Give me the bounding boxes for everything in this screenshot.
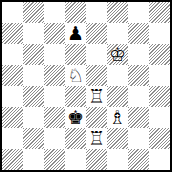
- square-a2[interactable]: [2, 128, 23, 149]
- square-d4[interactable]: [65, 86, 86, 107]
- square-b2[interactable]: [23, 128, 44, 149]
- square-d1[interactable]: [65, 149, 86, 170]
- square-b1[interactable]: [23, 149, 44, 170]
- square-f8[interactable]: [107, 2, 128, 23]
- square-d2[interactable]: [65, 128, 86, 149]
- square-c1[interactable]: [44, 149, 65, 170]
- square-e6[interactable]: [86, 44, 107, 65]
- square-a4[interactable]: [2, 86, 23, 107]
- square-e8[interactable]: [86, 2, 107, 23]
- square-h6[interactable]: [149, 44, 170, 65]
- square-d8[interactable]: [65, 2, 86, 23]
- square-f5[interactable]: [107, 65, 128, 86]
- square-a8[interactable]: [2, 2, 23, 23]
- square-e2[interactable]: ♖: [86, 128, 107, 149]
- square-a6[interactable]: [2, 44, 23, 65]
- chess-board: ♟♔♘♖♚♗♖: [2, 2, 170, 170]
- square-a7[interactable]: [2, 23, 23, 44]
- chess-diagram: ♟♔♘♖♚♗♖: [0, 0, 172, 172]
- square-d3[interactable]: ♚: [65, 107, 86, 128]
- square-g6[interactable]: [128, 44, 149, 65]
- square-b3[interactable]: [23, 107, 44, 128]
- square-b5[interactable]: [23, 65, 44, 86]
- square-b7[interactable]: [23, 23, 44, 44]
- square-f4[interactable]: [107, 86, 128, 107]
- square-e5[interactable]: [86, 65, 107, 86]
- white-bishop-f3[interactable]: ♗: [109, 107, 126, 128]
- square-g7[interactable]: [128, 23, 149, 44]
- square-g1[interactable]: [128, 149, 149, 170]
- black-pawn-d7[interactable]: ♟: [67, 23, 84, 44]
- square-h7[interactable]: [149, 23, 170, 44]
- square-c3[interactable]: [44, 107, 65, 128]
- square-f1[interactable]: [107, 149, 128, 170]
- square-c6[interactable]: [44, 44, 65, 65]
- square-e3[interactable]: [86, 107, 107, 128]
- square-a5[interactable]: [2, 65, 23, 86]
- square-f6[interactable]: ♔: [107, 44, 128, 65]
- white-rook-e4[interactable]: ♖: [88, 86, 105, 107]
- square-g2[interactable]: [128, 128, 149, 149]
- square-f7[interactable]: [107, 23, 128, 44]
- square-h5[interactable]: [149, 65, 170, 86]
- square-h3[interactable]: [149, 107, 170, 128]
- square-b8[interactable]: [23, 2, 44, 23]
- square-g4[interactable]: [128, 86, 149, 107]
- square-g3[interactable]: [128, 107, 149, 128]
- square-a3[interactable]: [2, 107, 23, 128]
- square-g8[interactable]: [128, 2, 149, 23]
- square-g5[interactable]: [128, 65, 149, 86]
- square-e7[interactable]: [86, 23, 107, 44]
- square-h8[interactable]: [149, 2, 170, 23]
- square-d6[interactable]: [65, 44, 86, 65]
- square-b6[interactable]: [23, 44, 44, 65]
- square-c8[interactable]: [44, 2, 65, 23]
- white-king-f6[interactable]: ♔: [109, 44, 126, 65]
- square-e4[interactable]: ♖: [86, 86, 107, 107]
- square-c7[interactable]: [44, 23, 65, 44]
- white-rook-e2[interactable]: ♖: [88, 128, 105, 149]
- square-h2[interactable]: [149, 128, 170, 149]
- square-h4[interactable]: [149, 86, 170, 107]
- square-c2[interactable]: [44, 128, 65, 149]
- square-f2[interactable]: [107, 128, 128, 149]
- square-e1[interactable]: [86, 149, 107, 170]
- square-d7[interactable]: ♟: [65, 23, 86, 44]
- square-f3[interactable]: ♗: [107, 107, 128, 128]
- square-h1[interactable]: [149, 149, 170, 170]
- square-d5[interactable]: ♘: [65, 65, 86, 86]
- black-king-d3[interactable]: ♚: [67, 107, 84, 128]
- square-a1[interactable]: [2, 149, 23, 170]
- square-c4[interactable]: [44, 86, 65, 107]
- white-knight-d5[interactable]: ♘: [67, 65, 84, 86]
- square-b4[interactable]: [23, 86, 44, 107]
- square-c5[interactable]: [44, 65, 65, 86]
